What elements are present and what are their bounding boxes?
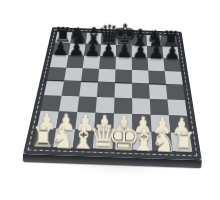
square-b1: ♞: [53, 128, 75, 147]
square-h5: [165, 71, 183, 85]
square-c5: [81, 68, 99, 82]
square-d8: ♛: [101, 33, 117, 45]
chess-set-product-photo: ♜♞♝♛♚♝♞♜♟♟♟♟♟♟♟♟♟♟♟♟♟♟♟♟♜♞♝♛♚♝♞♜: [0, 0, 220, 200]
square-c1: ♝: [73, 129, 94, 148]
square-d5: [98, 69, 115, 83]
square-h4: [166, 85, 185, 100]
square-g6: [148, 58, 165, 71]
square-d4: [97, 82, 115, 97]
square-b3: [59, 96, 79, 112]
square-f2: ♟: [132, 114, 151, 132]
square-g1: ♞: [152, 132, 173, 151]
square-e2: ♟: [113, 113, 132, 131]
square-b8: ♞: [70, 32, 87, 44]
square-e7: ♟: [116, 45, 132, 57]
square-c7: ♟: [84, 44, 101, 56]
chess-board: ♜♞♝♛♚♝♞♜♟♟♟♟♟♟♟♟♟♟♟♟♟♟♟♟♜♞♝♛♚♝♞♜: [23, 27, 202, 160]
square-g5: [148, 71, 166, 85]
square-d3: [96, 97, 115, 113]
square-b4: [62, 81, 81, 96]
square-b7: ♟: [68, 43, 85, 55]
square-h7: ♟: [162, 47, 179, 59]
square-b5: [64, 68, 83, 82]
square-h1: ♜: [171, 132, 193, 151]
square-f7: ♟: [132, 45, 148, 57]
square-f4: [132, 84, 150, 99]
square-b6: [66, 55, 84, 68]
square-d7: ♟: [100, 44, 116, 56]
square-g3: [150, 99, 169, 115]
square-c2: ♟: [75, 112, 95, 130]
square-e8: ♚: [116, 34, 131, 46]
square-f8: ♝: [132, 34, 147, 46]
square-c8: ♝: [86, 33, 102, 45]
square-d6: [99, 56, 116, 69]
square-c4: [79, 82, 98, 97]
square-d2: ♟: [94, 113, 114, 131]
square-h8: ♜: [161, 35, 177, 47]
square-c6: [83, 56, 100, 69]
square-g2: ♟: [151, 115, 171, 133]
square-g4: [149, 84, 167, 99]
square-b2: ♟: [56, 111, 77, 129]
square-e4: [114, 83, 132, 98]
board-pose-wrapper: ♜♞♝♛♚♝♞♜♟♟♟♟♟♟♟♟♟♟♟♟♟♟♟♟♜♞♝♛♚♝♞♜: [37, 5, 192, 160]
square-f6: [132, 57, 149, 70]
square-e6: [115, 57, 131, 70]
square-e3: [114, 98, 132, 114]
square-e1: ♚: [113, 130, 133, 149]
square-h6: [163, 58, 181, 71]
square-g7: ♟: [147, 46, 163, 58]
board-squares-grid: ♜♞♝♛♚♝♞♜♟♟♟♟♟♟♟♟♟♟♟♟♟♟♟♟♜♞♝♛♚♝♞♜: [33, 32, 192, 152]
square-c3: [77, 96, 97, 112]
square-h3: [167, 99, 187, 115]
square-f3: [132, 98, 150, 114]
square-a4: [44, 81, 64, 96]
square-d1: ♛: [93, 130, 114, 149]
square-g8: ♞: [146, 35, 162, 47]
square-f1: ♝: [132, 131, 152, 150]
square-h2: ♟: [169, 115, 190, 133]
